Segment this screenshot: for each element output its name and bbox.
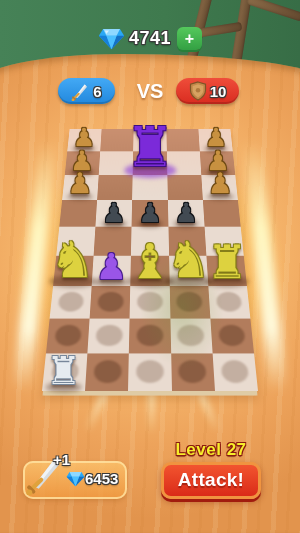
yellow-knight-glyph: ♞ bbox=[50, 236, 95, 283]
gem-counter: 4741 + bbox=[0, 27, 300, 50]
spawn-spot bbox=[178, 361, 206, 384]
spawn-spot bbox=[136, 361, 163, 384]
piece-yellow-knight[interactable]: ♞ bbox=[50, 236, 95, 283]
spawn-spot bbox=[54, 325, 82, 346]
piece-black-pawn: ♟ bbox=[174, 200, 198, 225]
black-pawn-glyph: ♟ bbox=[138, 200, 162, 225]
spawn-spot bbox=[177, 325, 204, 346]
board-square-r9ce[interactable] bbox=[212, 353, 258, 391]
spawn-spot bbox=[97, 292, 123, 312]
board-square-r7ce[interactable] bbox=[208, 286, 250, 319]
spawn-spot bbox=[58, 292, 85, 312]
board-square-r8cc[interactable] bbox=[129, 318, 171, 353]
black-pawn-glyph: ♟ bbox=[102, 200, 126, 225]
board-square-r8ce[interactable] bbox=[210, 318, 254, 353]
spawn-spot bbox=[218, 325, 246, 346]
gem-count: 4741 bbox=[129, 28, 171, 49]
board-square-r8cb[interactable] bbox=[88, 318, 130, 353]
enemy-power-value: 10 bbox=[210, 83, 227, 100]
board-square-r9cc[interactable] bbox=[128, 353, 171, 391]
board-square-r7cc[interactable] bbox=[130, 286, 170, 319]
piece-gold-pawn: ♟ bbox=[207, 171, 232, 198]
attack-button[interactable]: Attack! bbox=[161, 462, 261, 499]
gold-pawn-glyph: ♟ bbox=[207, 171, 232, 198]
board-square-r4ce bbox=[203, 200, 241, 227]
sword-icon bbox=[71, 82, 90, 101]
draw-bonus: +1 bbox=[53, 451, 70, 468]
spawn-spot bbox=[95, 325, 122, 346]
spawn-spot bbox=[177, 292, 203, 312]
yellow-knight-glyph: ♞ bbox=[166, 236, 211, 283]
ladder-rung-icon bbox=[246, 0, 300, 22]
piece-yellow-rook[interactable]: ♜ bbox=[207, 240, 248, 283]
spawn-spot bbox=[137, 325, 163, 346]
spawn-spot bbox=[216, 292, 243, 312]
purple-rook-glyph: ♜ bbox=[125, 121, 174, 173]
board-square-r9cb[interactable] bbox=[85, 353, 129, 391]
piece-white-rook[interactable]: ♜ bbox=[47, 353, 81, 389]
piece-purple-pawn[interactable]: ♟ bbox=[95, 249, 127, 283]
purple-pawn-glyph: ♟ bbox=[95, 249, 127, 283]
shield-icon bbox=[189, 81, 207, 101]
gold-pawn-glyph: ♟ bbox=[67, 171, 92, 198]
board-square-r7cd[interactable] bbox=[169, 286, 210, 319]
gem-icon bbox=[98, 28, 125, 50]
piece-black-pawn: ♟ bbox=[102, 200, 126, 225]
vs-label: VS bbox=[132, 80, 168, 103]
spawn-spot bbox=[137, 292, 163, 312]
level-label: Level 27 bbox=[160, 440, 262, 460]
board-square-r7ca[interactable] bbox=[50, 286, 92, 319]
piece-yellow-bishop[interactable]: ♝ bbox=[129, 238, 172, 283]
player-power-badge: 6 bbox=[58, 78, 115, 104]
white-rook-glyph: ♜ bbox=[47, 353, 81, 389]
player-power-value: 6 bbox=[93, 83, 101, 100]
black-pawn-glyph: ♟ bbox=[174, 200, 198, 225]
spawn-spot bbox=[93, 361, 121, 384]
piece-purple-rook: ♜ bbox=[125, 121, 174, 173]
light-ray bbox=[148, 392, 155, 434]
board-square-r8cd[interactable] bbox=[170, 318, 212, 353]
piece-black-pawn: ♟ bbox=[138, 200, 162, 225]
spawn-spot bbox=[220, 361, 249, 384]
add-gems-button[interactable]: + bbox=[177, 27, 202, 50]
gem-icon bbox=[66, 471, 85, 487]
yellow-bishop-glyph: ♝ bbox=[129, 238, 172, 283]
piece-gold-pawn: ♟ bbox=[67, 171, 92, 198]
enemy-power-badge: 10 bbox=[176, 78, 239, 104]
piece-yellow-knight[interactable]: ♞ bbox=[166, 236, 211, 283]
board-square-r9cd[interactable] bbox=[171, 353, 215, 391]
board-square-r4ca bbox=[59, 200, 97, 227]
draw-cost: 6453 bbox=[85, 470, 118, 487]
yellow-rook-glyph: ♜ bbox=[207, 240, 248, 283]
battle-header: 6 VS 10 bbox=[0, 78, 300, 106]
draw-piece-button[interactable]: +1 6453 bbox=[23, 461, 127, 499]
board-square-r7cb[interactable] bbox=[90, 286, 131, 319]
